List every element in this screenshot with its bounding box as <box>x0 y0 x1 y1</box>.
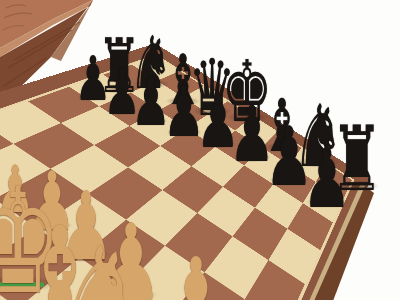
chess-set-photo: ♜♞♝♛♚♝♞♜♟♟♟♟♟♟♟♟♟♟♟♟♟♚♝♞ <box>0 0 400 300</box>
piece-white-knight-g1[interactable]: ♞ <box>50 227 144 300</box>
piece-white-pawn-h2[interactable]: ♟ <box>163 242 229 300</box>
pieces-layer: ♜♞♝♛♚♝♞♜♟♟♟♟♟♟♟♟♟♟♟♟♟♚♝♞ <box>0 0 400 300</box>
piece-black-pawn-h7[interactable]: ♟ <box>302 137 352 220</box>
